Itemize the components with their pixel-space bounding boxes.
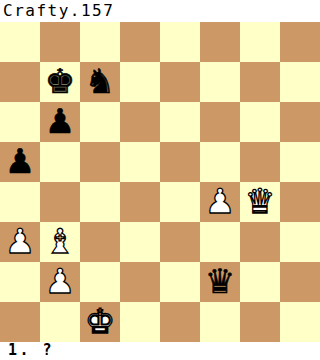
square-h3[interactable] [280,222,320,262]
square-g8[interactable] [240,22,280,62]
square-b6[interactable]: ♟ [40,102,80,142]
window-title: Crafty.157 [0,0,320,22]
square-d5[interactable] [120,142,160,182]
square-d7[interactable] [120,62,160,102]
square-a7[interactable] [0,62,40,102]
square-a2[interactable] [0,262,40,302]
square-a3[interactable]: ♟ [0,222,40,262]
square-f7[interactable] [200,62,240,102]
square-a5[interactable]: ♟ [0,142,40,182]
square-e8[interactable] [160,22,200,62]
square-f2[interactable]: ♛ [200,262,240,302]
square-d1[interactable] [120,302,160,342]
square-a1[interactable] [0,302,40,342]
square-d2[interactable] [120,262,160,302]
white-pawn-piece[interactable]: ♟ [5,224,35,258]
square-b8[interactable] [40,22,80,62]
move-prompt: 1. ? [0,342,320,360]
square-f1[interactable] [200,302,240,342]
square-f3[interactable] [200,222,240,262]
square-f8[interactable] [200,22,240,62]
square-c3[interactable] [80,222,120,262]
square-g2[interactable] [240,262,280,302]
square-e5[interactable] [160,142,200,182]
square-h7[interactable] [280,62,320,102]
square-b1[interactable] [40,302,80,342]
square-h4[interactable] [280,182,320,222]
square-b3[interactable]: ♝ [40,222,80,262]
white-bishop-piece[interactable]: ♝ [45,224,75,258]
square-g4[interactable]: ♛ [240,182,280,222]
white-pawn-piece[interactable]: ♟ [205,184,235,218]
square-h1[interactable] [280,302,320,342]
square-g1[interactable] [240,302,280,342]
square-f5[interactable] [200,142,240,182]
square-d8[interactable] [120,22,160,62]
square-e7[interactable] [160,62,200,102]
white-pawn-piece[interactable]: ♟ [45,264,75,298]
black-king-piece[interactable]: ♚ [45,64,75,98]
square-g7[interactable] [240,62,280,102]
square-b4[interactable] [40,182,80,222]
square-h5[interactable] [280,142,320,182]
black-pawn-piece[interactable]: ♟ [45,104,75,138]
square-c6[interactable] [80,102,120,142]
white-king-piece[interactable]: ♚ [85,304,115,338]
square-f4[interactable]: ♟ [200,182,240,222]
square-e3[interactable] [160,222,200,262]
square-c2[interactable] [80,262,120,302]
square-c8[interactable] [80,22,120,62]
square-e2[interactable] [160,262,200,302]
square-c7[interactable]: ♞ [80,62,120,102]
square-e1[interactable] [160,302,200,342]
square-f6[interactable] [200,102,240,142]
square-c1[interactable]: ♚ [80,302,120,342]
square-d6[interactable] [120,102,160,142]
square-g3[interactable] [240,222,280,262]
square-g6[interactable] [240,102,280,142]
square-h2[interactable] [280,262,320,302]
chess-board: ♚♞♟♟♟♛♟♝♟♛♚ [0,22,320,342]
square-b2[interactable]: ♟ [40,262,80,302]
black-pawn-piece[interactable]: ♟ [5,144,35,178]
square-c5[interactable] [80,142,120,182]
square-b7[interactable]: ♚ [40,62,80,102]
square-g5[interactable] [240,142,280,182]
square-e6[interactable] [160,102,200,142]
square-h6[interactable] [280,102,320,142]
crafty-window: Crafty.157 ♚♞♟♟♟♛♟♝♟♛♚ 1. ? [0,0,320,360]
square-d3[interactable] [120,222,160,262]
white-queen-piece[interactable]: ♛ [245,184,275,218]
square-e4[interactable] [160,182,200,222]
square-a4[interactable] [0,182,40,222]
square-a6[interactable] [0,102,40,142]
black-knight-piece[interactable]: ♞ [85,64,115,98]
square-h8[interactable] [280,22,320,62]
square-c4[interactable] [80,182,120,222]
square-b5[interactable] [40,142,80,182]
square-d4[interactable] [120,182,160,222]
square-a8[interactable] [0,22,40,62]
black-queen-piece[interactable]: ♛ [205,264,235,298]
